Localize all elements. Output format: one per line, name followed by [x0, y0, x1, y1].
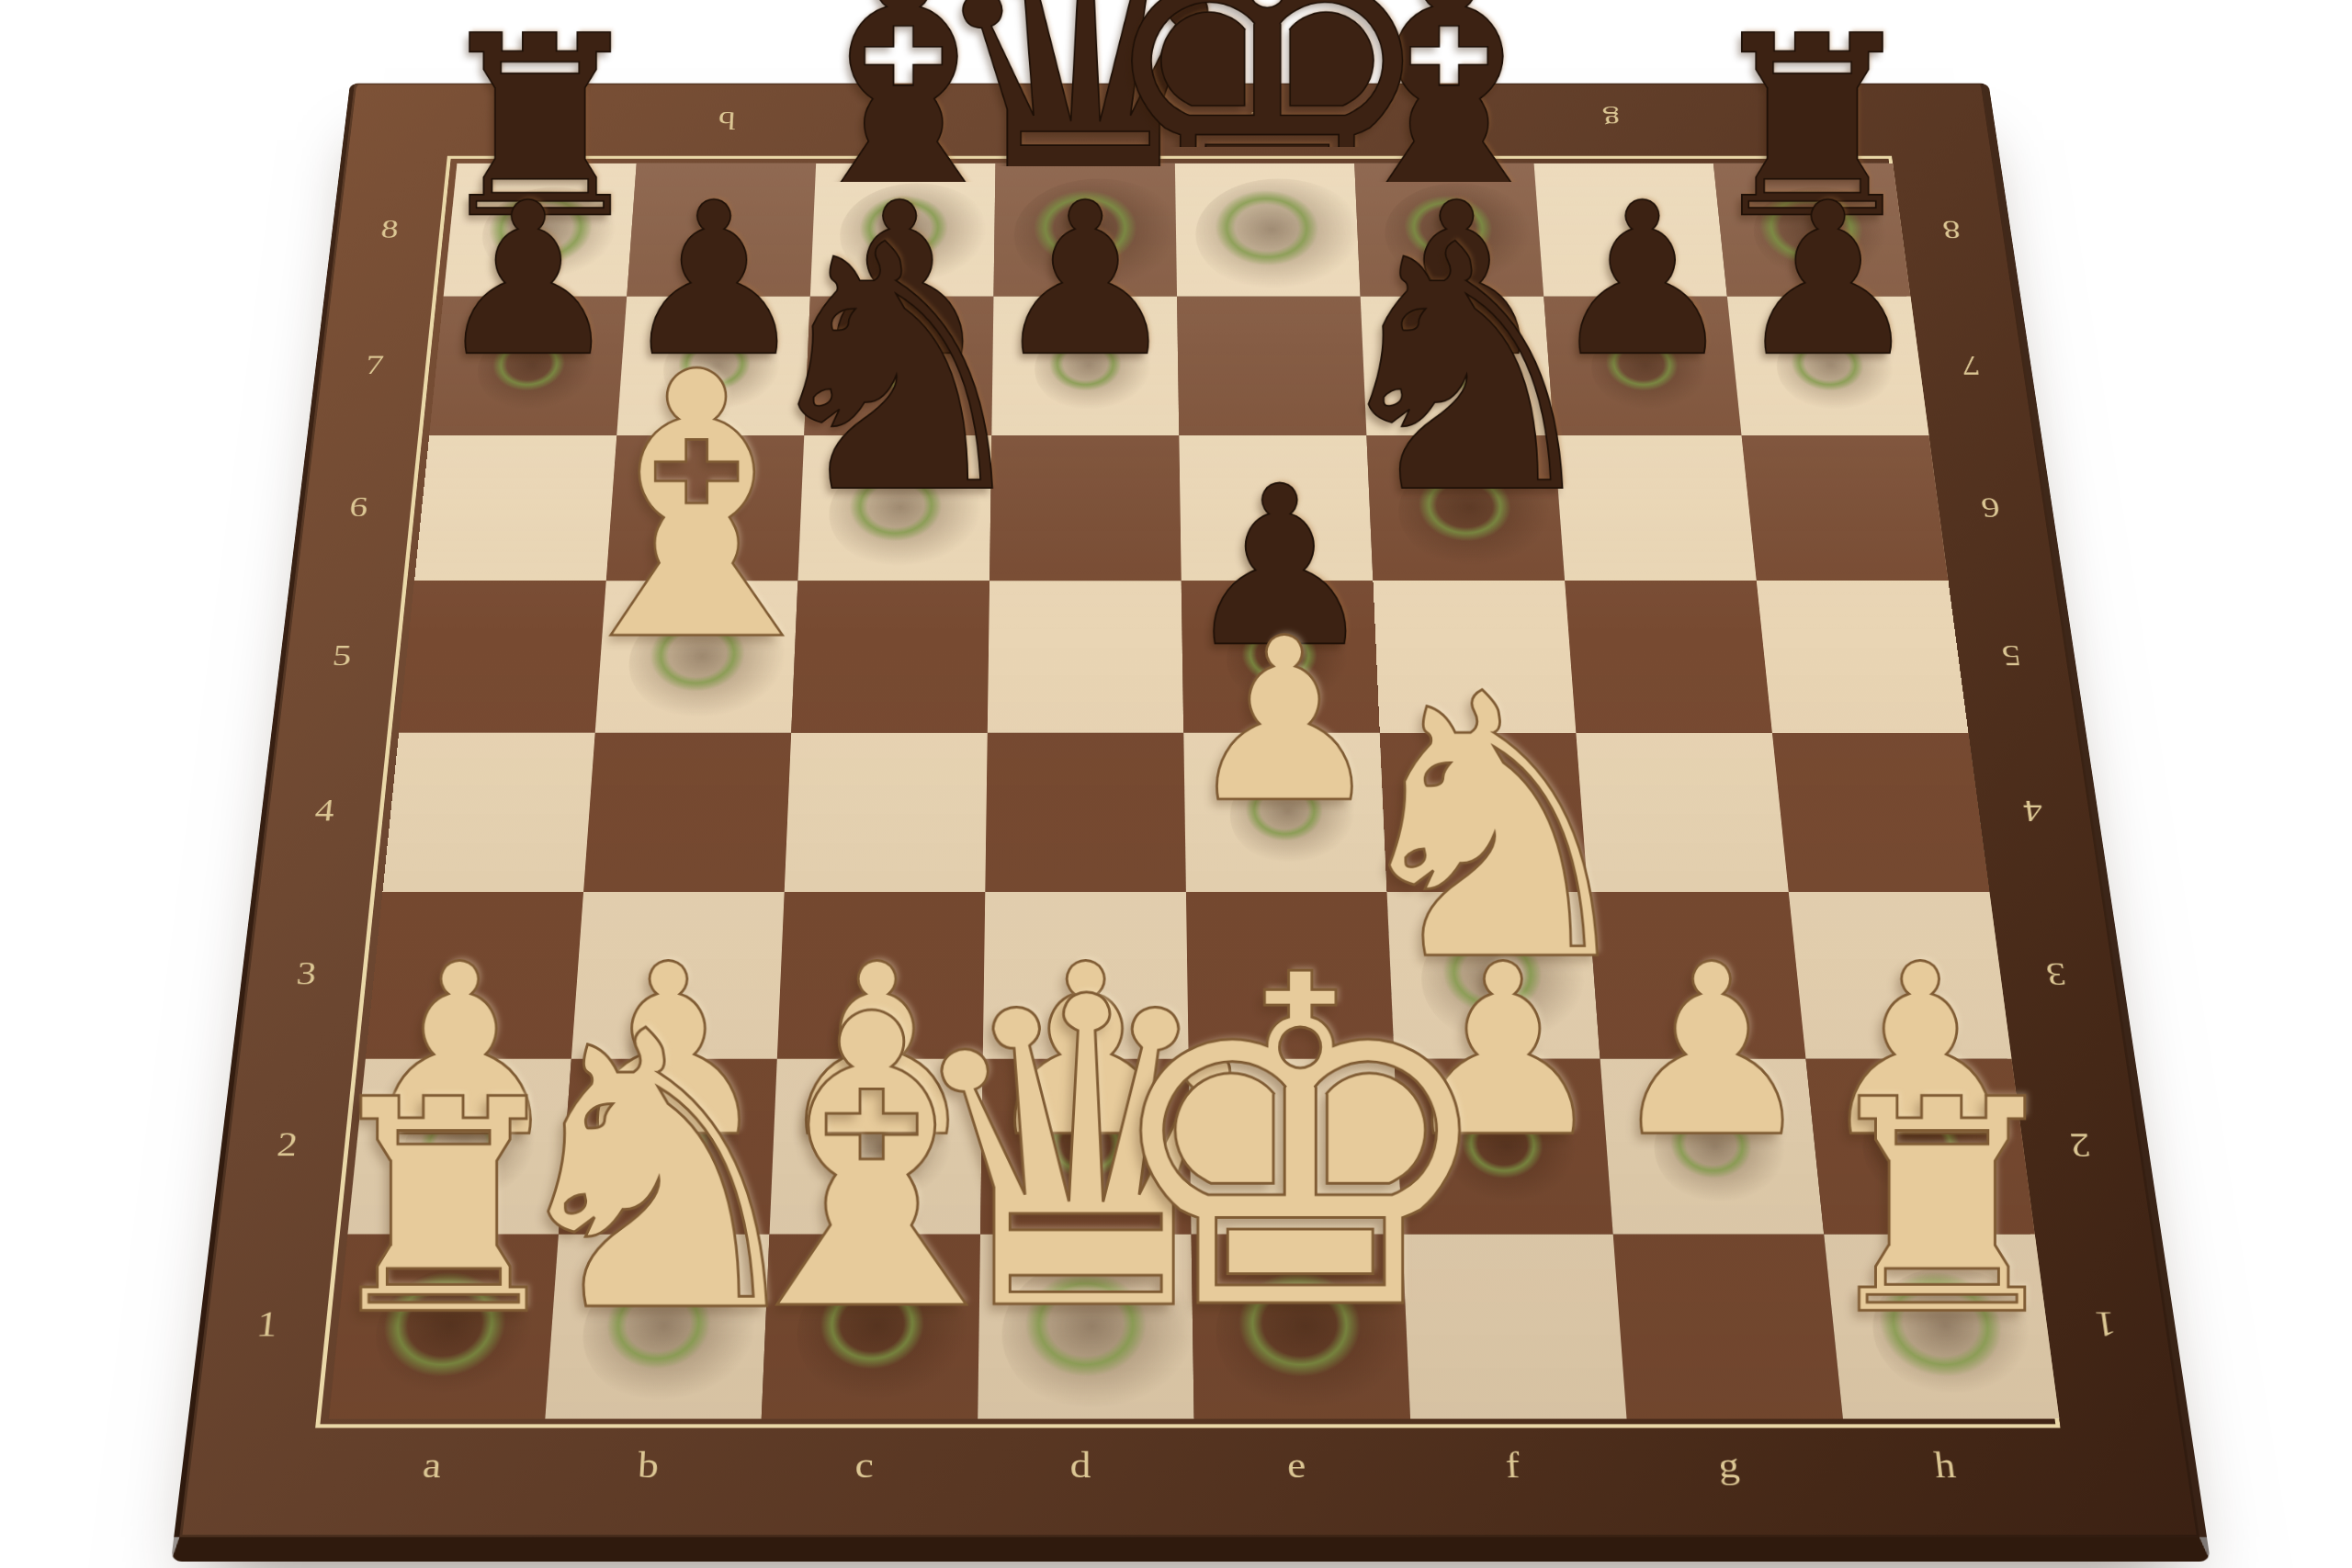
square-g1[interactable]: [1613, 1235, 1843, 1419]
rank-label-left-5: 5: [277, 581, 407, 732]
file-label-bottom-d: d: [972, 1417, 1190, 1513]
file-label-bottom-e: e: [1188, 1417, 1407, 1513]
photo-background: ♜♝♛♚♝♜♟♟♟♟♟♟♟♞♞♝♟♟♞♟♟♟♟♟♟♟♜♞♝♛♚♜ abcdefg…: [0, 0, 2352, 1568]
square-e1[interactable]: ♚: [1192, 1235, 1410, 1419]
piece-white-pawn-g2[interactable]: ♟: [1606, 945, 1818, 1158]
file-labels-bottom: abcdefgh: [319, 1417, 2059, 1513]
rank-label-left-4: 4: [257, 732, 390, 891]
square-h5[interactable]: [1757, 581, 1969, 732]
piece-white-rook-h1[interactable]: ♜: [1810, 1077, 2074, 1341]
piece-white-king-e1[interactable]: ♚: [1096, 941, 1504, 1350]
file-label-bottom-b: b: [537, 1417, 758, 1513]
chess-board-frame: ♜♝♛♚♝♜♟♟♟♟♟♟♟♞♞♝♟♟♞♟♟♟♟♟♟♟♜♞♝♛♚♜ abcdefg…: [171, 84, 2211, 1562]
square-d5[interactable]: [988, 581, 1184, 732]
square-d4[interactable]: [985, 733, 1186, 892]
file-label-bottom-g: g: [1617, 1417, 1841, 1513]
square-b5[interactable]: ♝: [595, 581, 798, 732]
file-label-bottom-h: h: [1832, 1417, 2059, 1513]
piece-black-pawn-h7[interactable]: ♟: [1734, 186, 1922, 375]
square-a4[interactable]: [382, 733, 594, 892]
rank-label-left-6: 6: [295, 435, 422, 581]
board-grid: ♜♝♛♚♝♜♟♟♟♟♟♟♟♞♞♝♟♟♞♟♟♟♟♟♟♟♜♞♝♛♚♜: [329, 164, 2059, 1418]
square-c4[interactable]: [785, 733, 988, 892]
rank-label-left-7: 7: [312, 297, 436, 435]
square-h6[interactable]: [1741, 435, 1948, 581]
square-h7[interactable]: ♟: [1727, 297, 1929, 435]
square-f6[interactable]: ♞: [1366, 435, 1565, 581]
square-h1[interactable]: ♜: [1824, 1235, 2059, 1419]
file-label-bottom-f: f: [1402, 1417, 1623, 1513]
rank-label-right-6-rotated: 6: [1926, 435, 2057, 581]
square-g2[interactable]: ♟: [1600, 1059, 1825, 1235]
rank-label-right-7-rotated: 7: [1907, 297, 2035, 435]
square-h4[interactable]: [1772, 733, 1990, 892]
square-b4[interactable]: [583, 733, 791, 892]
piece-white-bishop-b5[interactable]: ♝: [532, 344, 860, 674]
file-label-bottom-c: c: [754, 1417, 973, 1513]
file-label-bottom-a: a: [319, 1417, 543, 1513]
